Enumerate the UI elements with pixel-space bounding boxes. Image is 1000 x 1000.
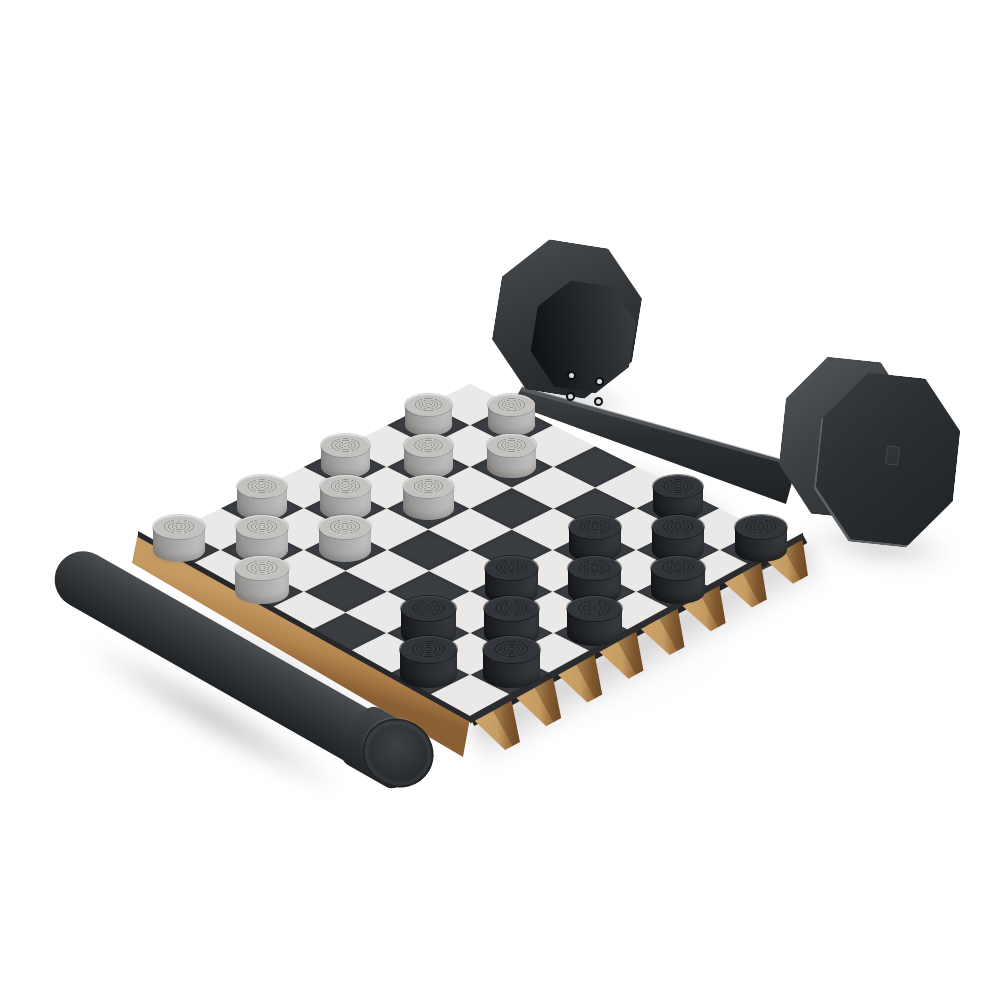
product-photo-scene [0,0,1000,1000]
umbra-logo-mark [885,445,900,465]
rivet-icon [596,399,601,404]
rivet-icon [569,373,574,378]
rivet-icon [568,394,573,399]
stand-octagon-cap [776,355,960,547]
rivet-icon [597,379,602,384]
stand-octagon-ring [485,233,649,405]
